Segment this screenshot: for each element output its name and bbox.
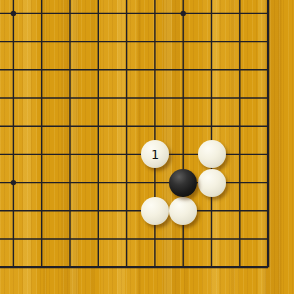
move-number-label: 1 [151, 148, 159, 161]
white-stone[interactable] [141, 197, 169, 225]
star-point [11, 11, 16, 16]
black-stone[interactable] [169, 169, 197, 197]
go-board[interactable]: 1 [0, 0, 294, 294]
white-stone[interactable] [198, 169, 226, 197]
star-point [181, 11, 186, 16]
white-stone[interactable] [169, 197, 197, 225]
white-stone[interactable] [198, 140, 226, 168]
star-point [11, 180, 16, 185]
